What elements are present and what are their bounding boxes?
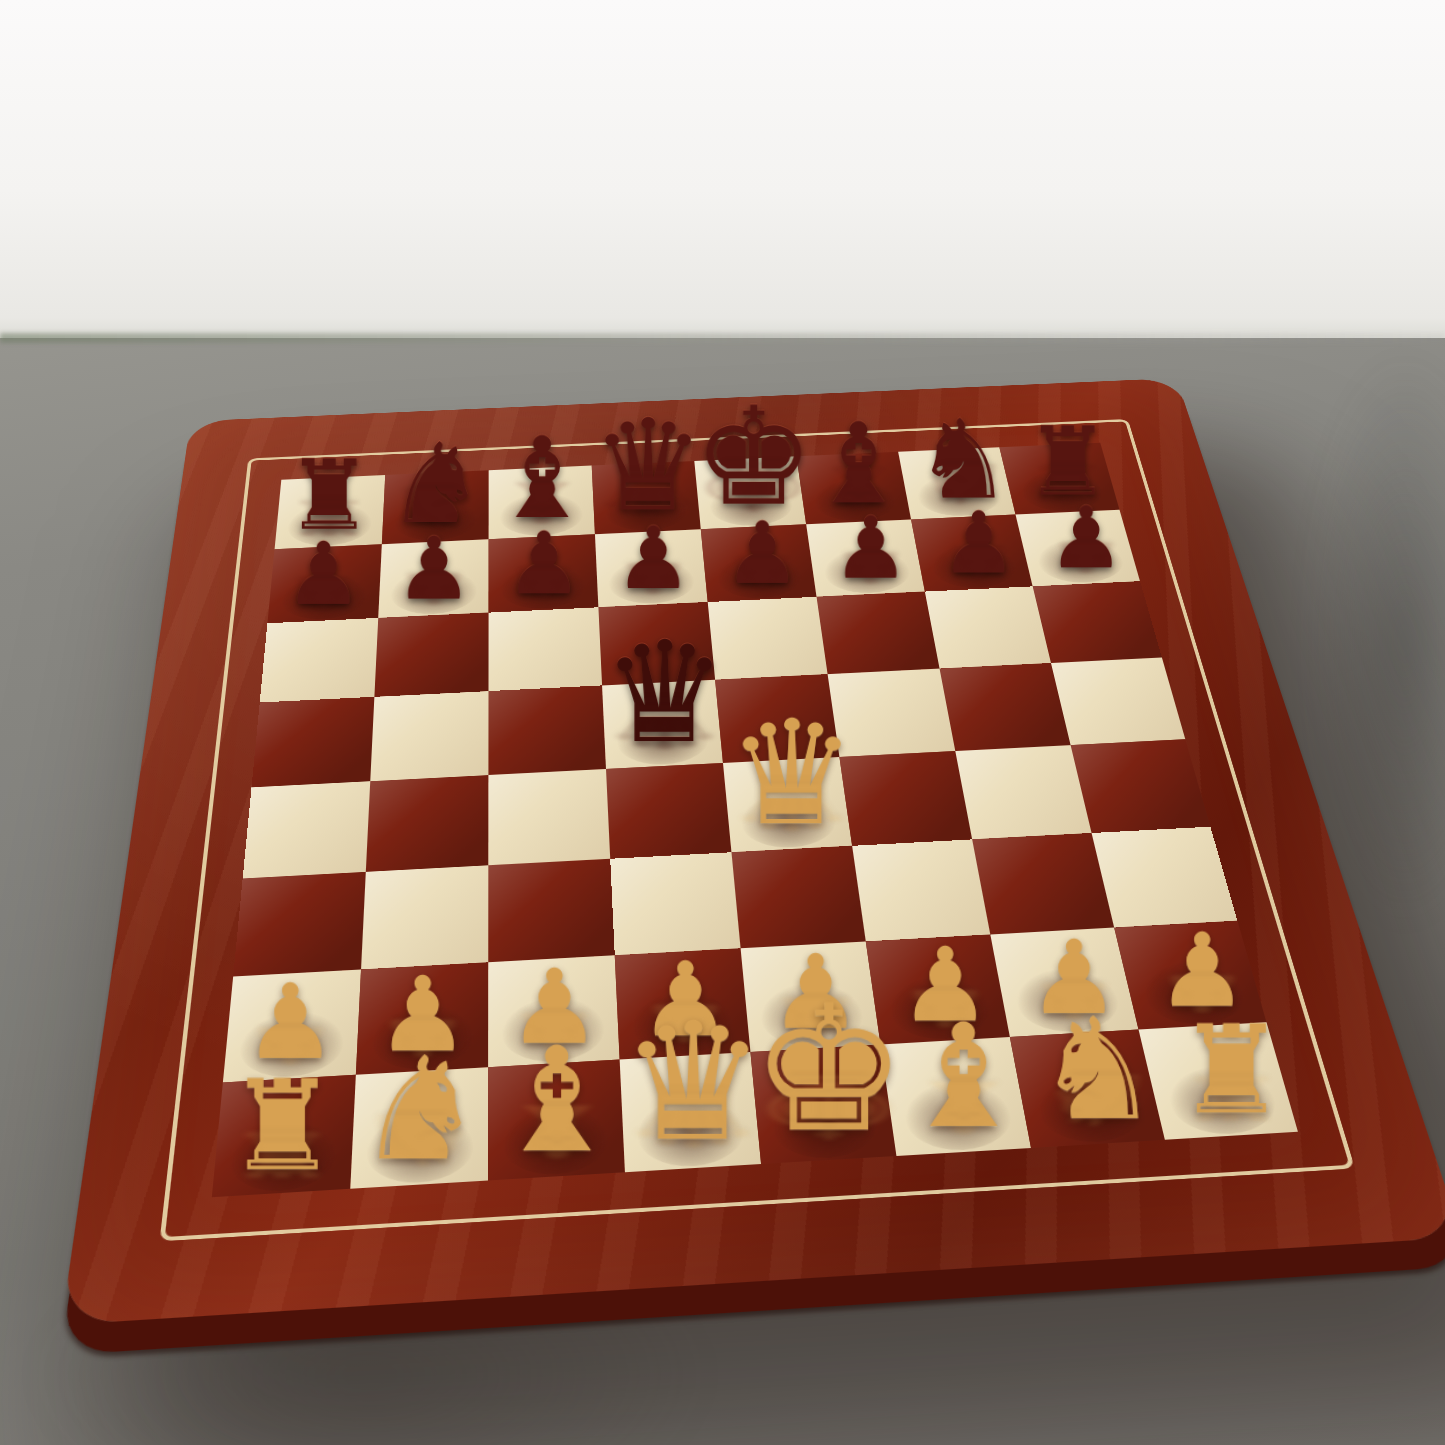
- square-g7: ♟♟: [911, 514, 1033, 591]
- square-g1: ♞♞: [1009, 1029, 1164, 1147]
- piece-white-rook-a1: ♜♜: [225, 1064, 337, 1188]
- square-a3: [233, 871, 366, 976]
- chess-board: ♜♜♞♞♝♝♛♛♚♚♝♝♞♞♜♜♟♟♟♟♟♟♟♟♟♟♟♟♟♟♟♟♛♛♛♛♟♟♟♟…: [61, 378, 1445, 1325]
- photo-scene: ♜♜♞♞♝♝♛♛♚♚♝♝♞♞♜♜♟♟♟♟♟♟♟♟♟♟♟♟♟♟♟♟♛♛♛♛♟♟♟♟…: [0, 0, 1445, 1445]
- square-b6: [374, 612, 488, 696]
- piece-black-pawn-e7: ♟♟: [723, 511, 800, 597]
- perspective-wrapper: ♜♜♞♞♝♝♛♛♚♚♝♝♞♞♜♜♟♟♟♟♟♟♟♟♟♟♟♟♟♟♟♟♛♛♛♛♟♟♟♟…: [0, 0, 1445, 1445]
- square-c3: [488, 858, 615, 962]
- square-b5: [370, 691, 488, 781]
- square-c5: [488, 685, 606, 775]
- piece-white-queen-e4: ♛♛: [726, 701, 856, 846]
- square-f6: [816, 591, 939, 674]
- board-grid: ♜♜♞♞♝♝♛♛♚♚♝♝♞♞♜♜♟♟♟♟♟♟♟♟♟♟♟♟♟♟♟♟♛♛♛♛♟♟♟♟…: [211, 442, 1297, 1196]
- piece-reflection: ♝: [898, 1070, 1027, 1142]
- square-c7: ♟♟: [488, 534, 598, 612]
- square-g5: [939, 663, 1070, 751]
- square-e4: ♛♛: [723, 756, 852, 851]
- piece-black-pawn-g7: ♟♟: [940, 501, 1017, 586]
- piece-reflection: ♟: [1047, 535, 1123, 578]
- square-h1: ♜♜: [1138, 1022, 1297, 1140]
- piece-reflection: ♛: [726, 767, 856, 839]
- board-tilt: ♜♜♞♞♝♝♛♛♚♚♝♝♞♞♜♜♟♟♟♟♟♟♟♟♟♟♟♟♟♟♟♟♛♛♛♛♟♟♟♟…: [61, 378, 1445, 1325]
- square-e1: ♚♚: [750, 1044, 896, 1164]
- piece-black-pawn-b7: ♟♟: [394, 526, 471, 612]
- piece-white-knight-g1: ♞♞: [1034, 999, 1160, 1140]
- piece-white-queen-d1: ♛♛: [619, 1001, 765, 1164]
- piece-reflection: ♝: [491, 1094, 621, 1166]
- square-g6: [924, 586, 1050, 668]
- piece-white-rook-h1: ♜♜: [1175, 1009, 1284, 1131]
- piece-reflection: ♛: [601, 687, 727, 757]
- square-c4: [488, 769, 610, 865]
- piece-reflection: ♞: [355, 1103, 483, 1174]
- square-d1: ♛♛: [619, 1051, 760, 1171]
- square-d7: ♟♟: [595, 529, 708, 607]
- piece-black-pawn-a7: ♟♟: [284, 531, 362, 618]
- square-a1: ♜♜: [211, 1074, 355, 1196]
- piece-reflection: ♛: [619, 1076, 765, 1157]
- piece-black-pawn-f7: ♟♟: [832, 506, 909, 592]
- square-a7: ♟♟: [267, 544, 381, 623]
- square-h5: [1051, 657, 1185, 745]
- piece-reflection: ♜: [225, 1121, 337, 1183]
- piece-reflection: ♚: [750, 1061, 906, 1148]
- piece-white-knight-b1: ♞♞: [355, 1037, 483, 1180]
- square-b7: ♟♟: [378, 539, 488, 618]
- piece-black-pawn-c7: ♟♟: [504, 521, 581, 607]
- square-e7: ♟♟: [700, 524, 816, 602]
- piece-reflection: ♟: [723, 550, 800, 593]
- piece-reflection: ♟: [504, 560, 581, 603]
- piece-black-pawn-h7: ♟♟: [1047, 496, 1123, 581]
- piece-black-queen-d5: ♛♛: [601, 623, 727, 763]
- square-a5: [251, 696, 374, 787]
- square-b1: ♞♞: [350, 1067, 488, 1189]
- square-a6: [259, 617, 378, 702]
- piece-white-king-e1: ♚♚: [750, 981, 906, 1155]
- piece-reflection: ♟: [614, 555, 691, 598]
- square-f7: ♟♟: [806, 519, 925, 596]
- square-c1: ♝♝: [487, 1059, 624, 1180]
- square-b3: [360, 865, 487, 969]
- piece-reflection: ♟: [832, 545, 909, 588]
- square-h7: ♟♟: [1015, 509, 1139, 586]
- piece-reflection: ♟: [394, 566, 471, 609]
- piece-reflection: ♟: [940, 540, 1017, 583]
- piece-reflection: ♞: [1034, 1063, 1160, 1133]
- piece-reflection: ♟: [284, 571, 362, 614]
- piece-black-pawn-d7: ♟♟: [614, 516, 691, 602]
- piece-white-bishop-c1: ♝♝: [491, 1027, 621, 1172]
- square-d5: ♛♛: [602, 679, 723, 768]
- square-c6: [488, 607, 602, 691]
- piece-reflection: ♜: [1175, 1065, 1284, 1126]
- piece-white-bishop-f1: ♝♝: [898, 1004, 1027, 1148]
